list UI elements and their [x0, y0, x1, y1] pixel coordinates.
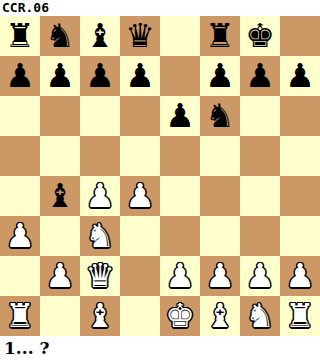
square-c4[interactable]: ♟ [80, 176, 120, 216]
square-f2[interactable]: ♟ [200, 256, 240, 296]
square-c5[interactable] [80, 136, 120, 176]
black-king[interactable]: ♚ [245, 16, 275, 56]
square-e8[interactable] [160, 16, 200, 56]
square-b4[interactable]: ♝ [40, 176, 80, 216]
black-rook[interactable]: ♜ [5, 16, 35, 56]
white-bishop[interactable]: ♝ [205, 296, 235, 336]
square-e4[interactable] [160, 176, 200, 216]
white-knight[interactable]: ♞ [245, 296, 275, 336]
square-b7[interactable]: ♟ [40, 56, 80, 96]
black-pawn[interactable]: ♟ [165, 96, 195, 136]
square-a6[interactable] [0, 96, 40, 136]
white-pawn[interactable]: ♟ [205, 256, 235, 296]
square-c8[interactable]: ♝ [80, 16, 120, 56]
black-pawn[interactable]: ♟ [285, 56, 315, 96]
square-f6[interactable]: ♞ [200, 96, 240, 136]
white-pawn[interactable]: ♟ [165, 256, 195, 296]
white-pawn[interactable]: ♟ [245, 256, 275, 296]
white-king[interactable]: ♚ [165, 296, 195, 336]
black-pawn[interactable]: ♟ [85, 56, 115, 96]
square-d7[interactable]: ♟ [120, 56, 160, 96]
square-d4[interactable]: ♟ [120, 176, 160, 216]
black-knight[interactable]: ♞ [205, 96, 235, 136]
square-d6[interactable] [120, 96, 160, 136]
square-c7[interactable]: ♟ [80, 56, 120, 96]
black-pawn[interactable]: ♟ [245, 56, 275, 96]
square-g2[interactable]: ♟ [240, 256, 280, 296]
square-a3[interactable]: ♟ [0, 216, 40, 256]
square-e1[interactable]: ♚ [160, 296, 200, 336]
square-a7[interactable]: ♟ [0, 56, 40, 96]
square-d5[interactable] [120, 136, 160, 176]
black-pawn[interactable]: ♟ [45, 56, 75, 96]
square-c1[interactable]: ♝ [80, 296, 120, 336]
square-d8[interactable]: ♛ [120, 16, 160, 56]
square-f3[interactable] [200, 216, 240, 256]
square-b6[interactable] [40, 96, 80, 136]
square-f8[interactable]: ♜ [200, 16, 240, 56]
square-h1[interactable]: ♜ [280, 296, 320, 336]
white-bishop[interactable]: ♝ [85, 296, 115, 336]
square-c3[interactable]: ♞ [80, 216, 120, 256]
black-rook[interactable]: ♜ [205, 16, 235, 56]
white-pawn[interactable]: ♟ [5, 216, 35, 256]
square-g1[interactable]: ♞ [240, 296, 280, 336]
square-e2[interactable]: ♟ [160, 256, 200, 296]
square-d3[interactable] [120, 216, 160, 256]
white-pawn[interactable]: ♟ [125, 176, 155, 216]
white-knight[interactable]: ♞ [85, 216, 115, 256]
square-a8[interactable]: ♜ [0, 16, 40, 56]
square-f1[interactable]: ♝ [200, 296, 240, 336]
white-queen[interactable]: ♛ [85, 256, 115, 296]
square-a4[interactable] [0, 176, 40, 216]
black-bishop[interactable]: ♝ [45, 176, 75, 216]
white-pawn[interactable]: ♟ [45, 256, 75, 296]
square-c2[interactable]: ♛ [80, 256, 120, 296]
square-h2[interactable]: ♟ [280, 256, 320, 296]
white-pawn[interactable]: ♟ [285, 256, 315, 296]
square-b3[interactable] [40, 216, 80, 256]
black-knight[interactable]: ♞ [45, 16, 75, 56]
black-pawn[interactable]: ♟ [5, 56, 35, 96]
square-b1[interactable] [40, 296, 80, 336]
square-h4[interactable] [280, 176, 320, 216]
square-e6[interactable]: ♟ [160, 96, 200, 136]
black-queen[interactable]: ♛ [125, 16, 155, 56]
square-f7[interactable]: ♟ [200, 56, 240, 96]
square-h3[interactable] [280, 216, 320, 256]
square-h5[interactable] [280, 136, 320, 176]
white-pawn[interactable]: ♟ [85, 176, 115, 216]
square-g4[interactable] [240, 176, 280, 216]
square-d2[interactable] [120, 256, 160, 296]
square-a5[interactable] [0, 136, 40, 176]
square-b5[interactable] [40, 136, 80, 176]
square-g8[interactable]: ♚ [240, 16, 280, 56]
square-e5[interactable] [160, 136, 200, 176]
square-g7[interactable]: ♟ [240, 56, 280, 96]
square-b2[interactable]: ♟ [40, 256, 80, 296]
puzzle-id-label: CCR.06 [0, 0, 320, 16]
square-e3[interactable] [160, 216, 200, 256]
chess-board: ♜♞♝♛♜♚♟♟♟♟♟♟♟♟♞♝♟♟♟♞♟♛♟♟♟♟♜♝♚♝♞♜ [0, 16, 320, 336]
square-c6[interactable] [80, 96, 120, 136]
white-rook[interactable]: ♜ [285, 296, 315, 336]
square-g6[interactable] [240, 96, 280, 136]
black-bishop[interactable]: ♝ [85, 16, 115, 56]
square-h6[interactable] [280, 96, 320, 136]
square-a2[interactable] [0, 256, 40, 296]
square-d1[interactable] [120, 296, 160, 336]
chess-diagram: CCR.06 ♜♞♝♛♜♚♟♟♟♟♟♟♟♟♞♝♟♟♟♞♟♛♟♟♟♟♜♝♚♝♞♜ … [0, 0, 320, 360]
square-e7[interactable] [160, 56, 200, 96]
square-g3[interactable] [240, 216, 280, 256]
square-h8[interactable] [280, 16, 320, 56]
white-rook[interactable]: ♜ [5, 296, 35, 336]
square-a1[interactable]: ♜ [0, 296, 40, 336]
square-f4[interactable] [200, 176, 240, 216]
move-prompt-label: 1... ? [0, 336, 320, 360]
square-g5[interactable] [240, 136, 280, 176]
square-b8[interactable]: ♞ [40, 16, 80, 56]
black-pawn[interactable]: ♟ [125, 56, 155, 96]
square-f5[interactable] [200, 136, 240, 176]
black-pawn[interactable]: ♟ [205, 56, 235, 96]
square-h7[interactable]: ♟ [280, 56, 320, 96]
